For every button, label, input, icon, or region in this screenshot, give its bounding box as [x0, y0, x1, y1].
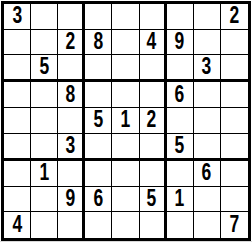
sudoku-cell-r7c3[interactable] [58, 161, 85, 187]
sudoku-cell-r2c6[interactable]: 4 [140, 30, 167, 56]
sudoku-cell-r5c2[interactable] [31, 108, 58, 134]
sudoku-cell-r4c5[interactable] [112, 82, 139, 108]
sudoku-cell-r4c1[interactable] [4, 82, 31, 108]
sudoku-cell-r9c7[interactable] [167, 212, 194, 238]
cell-digit: 3 [202, 55, 212, 79]
sudoku-cell-r5c5[interactable]: 1 [112, 108, 139, 134]
sudoku-cell-r6c6[interactable] [140, 134, 167, 161]
sudoku-cell-r1c7[interactable] [167, 4, 194, 30]
cell-digit: 8 [94, 30, 104, 54]
cell-digit: 9 [175, 30, 185, 54]
cell-digit: 2 [65, 30, 75, 54]
sudoku-cell-r4c4[interactable] [85, 82, 112, 108]
sudoku-cell-r2c7[interactable]: 9 [167, 30, 194, 56]
sudoku-cell-r7c1[interactable] [4, 161, 31, 187]
sudoku-cell-r5c1[interactable] [4, 108, 31, 134]
sudoku-cell-r2c3[interactable]: 2 [58, 30, 85, 56]
sudoku-cell-r6c5[interactable] [112, 134, 139, 161]
sudoku-cell-r6c7[interactable]: 5 [167, 134, 194, 161]
sudoku-cell-r8c6[interactable]: 5 [140, 187, 167, 213]
sudoku-cell-r7c2[interactable]: 1 [31, 161, 58, 187]
sudoku-cell-r8c9[interactable] [221, 187, 248, 213]
sudoku-cell-r7c8[interactable]: 6 [194, 161, 221, 187]
sudoku-cell-r1c4[interactable] [85, 4, 112, 30]
sudoku-cell-r8c5[interactable] [112, 187, 139, 213]
sudoku-cell-r3c4[interactable] [85, 55, 112, 82]
cell-digit: 2 [230, 4, 240, 28]
sudoku-cell-r8c4[interactable]: 6 [85, 187, 112, 213]
cell-digit: 6 [202, 161, 212, 185]
sudoku-cell-r3c1[interactable] [4, 55, 31, 82]
sudoku-cell-r6c8[interactable] [194, 134, 221, 161]
sudoku-cell-r4c8[interactable] [194, 82, 221, 108]
sudoku-cell-r4c7[interactable]: 6 [167, 82, 194, 108]
sudoku-cell-r1c6[interactable] [140, 4, 167, 30]
sudoku-cell-r8c2[interactable] [31, 187, 58, 213]
sudoku-page: 32284953865123516965147 [0, 0, 252, 242]
sudoku-cell-r9c5[interactable] [112, 212, 139, 238]
sudoku-cell-r8c8[interactable] [194, 187, 221, 213]
sudoku-cell-r4c6[interactable] [140, 82, 167, 108]
sudoku-cell-r4c9[interactable] [221, 82, 248, 108]
sudoku-cell-r9c9[interactable]: 7 [221, 212, 248, 238]
cell-digit: 6 [175, 83, 185, 107]
sudoku-cell-r9c3[interactable] [58, 212, 85, 238]
sudoku-cell-r2c9[interactable] [221, 30, 248, 56]
cell-digit: 9 [65, 187, 75, 211]
sudoku-cell-r3c7[interactable] [167, 55, 194, 82]
sudoku-cell-r2c4[interactable]: 8 [85, 30, 112, 56]
sudoku-cell-r5c4[interactable]: 5 [85, 108, 112, 134]
sudoku-cell-r9c2[interactable] [31, 212, 58, 238]
sudoku-cell-r7c6[interactable] [140, 161, 167, 187]
sudoku-cell-r8c7[interactable]: 1 [167, 187, 194, 213]
sudoku-cell-r1c3[interactable] [58, 4, 85, 30]
sudoku-cell-r2c5[interactable] [112, 30, 139, 56]
sudoku-cell-r4c3[interactable]: 8 [58, 82, 85, 108]
cell-digit: 3 [12, 4, 22, 28]
sudoku-cell-r8c1[interactable] [4, 187, 31, 213]
sudoku-cell-r5c9[interactable] [221, 108, 248, 134]
sudoku-cell-r9c1[interactable]: 4 [4, 212, 31, 238]
sudoku-cell-r2c1[interactable] [4, 30, 31, 56]
sudoku-cell-r2c2[interactable] [31, 30, 58, 56]
cell-digit: 6 [94, 187, 104, 211]
cell-digit: 1 [39, 161, 49, 185]
sudoku-cell-r3c9[interactable] [221, 55, 248, 82]
sudoku-cell-r5c3[interactable] [58, 108, 85, 134]
cell-digit: 5 [39, 55, 49, 79]
sudoku-cell-r1c9[interactable]: 2 [221, 4, 248, 30]
sudoku-cell-r7c9[interactable] [221, 161, 248, 187]
cell-digit: 7 [230, 213, 240, 237]
sudoku-cell-r5c6[interactable]: 2 [140, 108, 167, 134]
sudoku-cell-r2c8[interactable] [194, 30, 221, 56]
sudoku-cell-r1c8[interactable] [194, 4, 221, 30]
sudoku-cell-r7c7[interactable] [167, 161, 194, 187]
sudoku-cell-r8c3[interactable]: 9 [58, 187, 85, 213]
sudoku-cell-r4c2[interactable] [31, 82, 58, 108]
sudoku-cell-r7c4[interactable] [85, 161, 112, 187]
sudoku-cell-r9c6[interactable] [140, 212, 167, 238]
sudoku-cell-r1c1[interactable]: 3 [4, 4, 31, 30]
sudoku-cell-r6c1[interactable] [4, 134, 31, 161]
cell-digit: 5 [147, 187, 157, 211]
cell-digit: 3 [65, 134, 75, 158]
cell-digit: 5 [94, 108, 104, 132]
sudoku-cell-r5c7[interactable] [167, 108, 194, 134]
sudoku-cell-r6c3[interactable]: 3 [58, 134, 85, 161]
cell-digit: 4 [12, 213, 22, 237]
sudoku-cell-r6c2[interactable] [31, 134, 58, 161]
sudoku-cell-r9c4[interactable] [85, 212, 112, 238]
sudoku-cell-r3c2[interactable]: 5 [31, 55, 58, 82]
sudoku-cell-r3c3[interactable] [58, 55, 85, 82]
cell-digit: 8 [65, 83, 75, 107]
sudoku-cell-r3c6[interactable] [140, 55, 167, 82]
cell-digit: 2 [147, 108, 157, 132]
cell-digit: 1 [175, 187, 185, 211]
sudoku-cell-r3c8[interactable]: 3 [194, 55, 221, 82]
sudoku-cell-r3c5[interactable] [112, 55, 139, 82]
cell-digit: 4 [147, 30, 157, 54]
sudoku-cell-r6c9[interactable] [221, 134, 248, 161]
sudoku-cell-r9c8[interactable] [194, 212, 221, 238]
cell-digit: 1 [121, 108, 131, 132]
sudoku-cell-r5c8[interactable] [194, 108, 221, 134]
sudoku-cell-r1c5[interactable] [112, 4, 139, 30]
sudoku-cell-r1c2[interactable] [31, 4, 58, 30]
sudoku-cell-r7c5[interactable] [112, 161, 139, 187]
cell-digit: 5 [175, 134, 185, 158]
sudoku-board: 32284953865123516965147 [1, 1, 251, 241]
sudoku-cell-r6c4[interactable] [85, 134, 112, 161]
